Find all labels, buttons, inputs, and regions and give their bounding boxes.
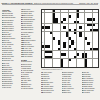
cell-number: 104 (74, 59, 76, 60)
clue-number: 46 (62, 80, 64, 81)
clue-number: 82 (82, 90, 84, 91)
clue-number: 32 (2, 40, 4, 41)
cell-number: 76 (90, 43, 91, 44)
clue-number: 33 (2, 42, 4, 43)
clue-number: 107 (21, 46, 24, 47)
clue-number: 19 (41, 80, 43, 81)
clue-column: 75 Cozy spot76 Garden climber77 Sched. d… (21, 9, 40, 96)
clue-number: 20 (2, 17, 4, 18)
clue-number: 61 (2, 71, 4, 72)
clue-number: 110 (21, 50, 24, 51)
cell-number: 50 (53, 32, 54, 33)
cell-number: 34 (42, 24, 43, 25)
cell-number: 2 (45, 10, 46, 11)
clue-number: 14 (21, 88, 23, 89)
cell-number: 3 (47, 10, 48, 11)
cell-number: 45 (45, 29, 46, 30)
clue-item: 38 Lion's home (41, 92, 59, 94)
clue-number: 5 (21, 70, 22, 71)
clue-number: 44 (62, 76, 64, 77)
cell-number: 70 (69, 40, 70, 41)
clue-number: 15 (41, 72, 43, 73)
clue-number: 32 (41, 84, 43, 85)
clue-number: 112 (21, 54, 24, 55)
clue-number: 31 (2, 38, 4, 39)
clue-number: 29 (2, 36, 4, 37)
cell-number: 59 (74, 34, 75, 35)
cell-number: 79 (87, 45, 88, 46)
cell-number: 93 (87, 53, 88, 54)
cell-number: 100 (47, 59, 49, 60)
clue-number: 66 (2, 77, 4, 78)
clue-number: 25 (2, 28, 4, 29)
clue-number: 67 (2, 79, 4, 80)
cell-number: 69 (61, 40, 62, 41)
cell-number: 64 (71, 37, 72, 38)
clue-number: 24 (2, 26, 4, 27)
clue-number: 56 (2, 65, 4, 66)
clue-number: 3 (21, 66, 22, 67)
cell-number: 16 (87, 10, 88, 11)
cell-number: 73 (42, 43, 43, 44)
clue-number: 97 (21, 36, 23, 37)
clue-number: 13 (21, 86, 23, 87)
cell-number: 75 (74, 43, 75, 44)
clue-number: 113 (21, 56, 24, 57)
clue-number: 4 (21, 68, 22, 69)
clue-number: 7 (21, 74, 22, 75)
puzzle-byline: Edited by Rich Norris and Joyce Nichols … (34, 2, 73, 4)
cell-number: 36 (55, 24, 56, 25)
cell-number: 88 (90, 51, 91, 52)
clue-number: 75 (21, 9, 23, 10)
clue-number: 51 (2, 60, 4, 61)
cell-number: 25 (71, 15, 72, 16)
clue-number: 47 (62, 82, 64, 83)
cell-number: 62 (55, 37, 56, 38)
cell-number: 9 (66, 10, 67, 11)
clue-number: 80 (82, 88, 84, 89)
cell-number: 29 (66, 18, 67, 19)
cell-number: 51 (69, 32, 70, 33)
cell-number: 4 (50, 10, 51, 11)
cell-number: 96 (77, 56, 78, 57)
clue-number: 106 (21, 44, 24, 45)
clue-number: 108 (21, 48, 24, 49)
cell-number: 26 (79, 15, 80, 16)
clue-number: 98 (21, 38, 23, 39)
clue-number: 71 (2, 83, 4, 84)
clue-column: 59 Tax org.63 Long story65 Luau dish68 M… (82, 72, 100, 96)
cell-number: 108 (63, 61, 65, 62)
cell-number: 60 (82, 34, 83, 35)
cell-number: 109 (69, 61, 71, 62)
cell-number: 110 (87, 61, 88, 62)
clue-number: 43 (62, 74, 64, 75)
cell-number: 5 (55, 10, 56, 11)
cell-number: 20 (42, 13, 43, 14)
cell-number: 13 (79, 10, 80, 11)
clue-number: 40 (2, 46, 4, 47)
clue-number: 26 (2, 30, 4, 31)
clue-number: 59 (82, 72, 84, 73)
cell-number: 65 (79, 37, 80, 38)
cell-number: 57 (50, 34, 51, 35)
cell-number: 111 (42, 64, 43, 65)
cell-number: 27 (42, 18, 43, 19)
cell-number: 99 (45, 59, 46, 60)
cell-number: 82 (63, 48, 64, 49)
crossword-grid[interactable]: 1234567891011121314151617181920212223242… (41, 9, 99, 68)
clue-number: 21 (2, 20, 4, 21)
cell-number: 10 (69, 10, 70, 11)
clue-number: 83 (82, 92, 84, 93)
clue-number: 72 (82, 82, 84, 83)
cell-number: 112 (63, 64, 64, 65)
clue-number: 39 (62, 72, 64, 73)
clue-number: 22 (2, 22, 4, 23)
puzzle-date: Sunday, May 27, 2012 (79, 2, 98, 4)
cell-number: 83 (69, 48, 70, 49)
clue-number: 27 (2, 32, 4, 33)
cell-number: 90 (95, 51, 96, 52)
cell-number: 56 (42, 34, 43, 35)
cell-number: 19 (95, 10, 96, 11)
copyright-caption: © 2012 Tribune Media Services, Inc. (41, 69, 81, 71)
cell-number: 106 (87, 59, 89, 60)
clue-number: 45 (62, 78, 64, 79)
clue-number: 38 (41, 92, 43, 93)
clue-number: 70 (82, 80, 84, 81)
cell-number: 30 (69, 18, 70, 19)
clue-number: 94 (21, 32, 23, 33)
clue-number: 10 (21, 80, 23, 81)
clue-number: 51 (62, 84, 64, 85)
clue-number: 34 (2, 44, 4, 45)
cell-number: 33 (79, 21, 80, 22)
clue-number: 96 (21, 34, 23, 35)
cell-number: 8 (63, 10, 64, 11)
clue-number: 93 (21, 29, 23, 30)
clue-number: 78 (82, 84, 84, 85)
clue-column: 39 Smell strongly43 Quick swim44 Night l… (62, 72, 80, 96)
clue-column: ACROSS1 Sched. data5 Bit of a spread13 T… (2, 9, 21, 96)
cell-number: 74 (66, 43, 67, 44)
clue-number: 76 (21, 11, 23, 12)
clue-number: 62 (2, 73, 4, 74)
clue-item: 57 Ballet skirt (62, 92, 80, 94)
cell-number: 21 (55, 13, 56, 14)
cell-number: 49 (42, 32, 43, 33)
cell-number: 94 (53, 56, 54, 57)
cell-number: 54 (93, 32, 94, 33)
cell-number: 53 (90, 32, 91, 33)
cell-number: 43 (87, 26, 88, 27)
cell-number: 40 (50, 26, 51, 27)
clue-number: 11 (21, 82, 23, 83)
cell-number: 32 (63, 21, 64, 22)
cell-number: 87 (74, 51, 75, 52)
clue-number: 77 (21, 13, 23, 14)
cell-number: 103 (71, 59, 73, 60)
clue-number: 12 (21, 84, 23, 85)
cell-number: 11 (71, 10, 72, 11)
clue-number: 36 (41, 88, 43, 89)
cell-number: 105 (82, 59, 84, 60)
grid-cell[interactable] (95, 64, 97, 66)
clue-number: 69 (2, 81, 4, 82)
cell-number: 39 (77, 24, 78, 25)
cell-number: 1 (42, 10, 43, 11)
clue-number: 55 (62, 90, 64, 91)
clue-number: 92 (21, 27, 23, 28)
cell-number: 55 (95, 32, 96, 33)
cell-number: 77 (50, 45, 51, 46)
clue-number: 1 (21, 61, 22, 62)
cell-number: 91 (42, 53, 43, 54)
cell-number: 78 (71, 45, 72, 46)
cell-number: 42 (82, 26, 83, 27)
cell-number: 66 (87, 37, 88, 38)
puzzle-title: SUNDAY CROSSWORD PUZZLE (2, 2, 33, 4)
cell-number: 80 (42, 48, 43, 49)
clue-number: 78 (21, 15, 23, 16)
clue-number: 6 (21, 72, 22, 73)
cell-number: 107 (42, 61, 44, 62)
cell-number: 84 (77, 48, 78, 49)
clue-number: 65 (82, 76, 84, 77)
cell-number: 48 (77, 29, 78, 30)
cell-number: 72 (85, 40, 86, 41)
clue-number: 64 (2, 75, 4, 76)
clue-item: 74 Deli bread (2, 87, 21, 89)
header-left: SUNDAY CROSSWORD PUZZLEEdited by Rich No… (2, 2, 73, 4)
clue-number: 103 (21, 42, 24, 43)
clue-number: 37 (41, 90, 43, 91)
clue-number: 28 (2, 34, 4, 35)
cell-number: 38 (74, 24, 75, 25)
clue-number: 52 (2, 63, 4, 64)
clue-number: 73 (2, 85, 4, 86)
cell-number: 63 (66, 37, 67, 38)
cell-number: 92 (66, 53, 67, 54)
cell-number: 102 (63, 59, 65, 60)
cell-number: 15 (85, 10, 86, 11)
clue-number: 54 (62, 88, 64, 89)
cell-number: 24 (55, 15, 56, 16)
cell-number: 47 (63, 29, 64, 30)
cell-number: 81 (61, 48, 62, 49)
clue-number: 68 (82, 78, 84, 79)
cell-number: 113 (87, 64, 88, 65)
cell-number: 41 (66, 26, 67, 27)
cell-number: 67 (42, 40, 43, 41)
clue-number: 23 (2, 24, 4, 25)
clue-number: 58 (2, 67, 4, 68)
cell-number: 14 (82, 10, 83, 11)
clue-number: 16 (41, 74, 43, 75)
cell-number: 58 (69, 34, 70, 35)
clue-number: 17 (41, 76, 43, 77)
clue-column: 15 Apple center16 Cab fee17 Paris pal18 … (41, 72, 59, 96)
cell-number: 22 (79, 13, 80, 14)
clue-number: 60 (2, 69, 4, 70)
cell-number: 97 (87, 56, 88, 57)
cell-number: 12 (74, 10, 75, 11)
cell-number: 23 (42, 15, 43, 16)
clue-number: 53 (62, 86, 64, 87)
cell-number: 18 (93, 10, 94, 11)
cell-number: 28 (58, 18, 59, 19)
cell-number: 31 (42, 21, 43, 22)
page-header: SUNDAY CROSSWORD PUZZLEEdited by Rich No… (2, 2, 99, 6)
clue-number: 57 (62, 92, 64, 93)
cell-number: 17 (90, 10, 91, 11)
cell-number: 86 (58, 51, 59, 52)
cell-number: 95 (63, 56, 64, 57)
cell-number: 52 (82, 32, 83, 33)
cell-number: 44 (42, 29, 43, 30)
clue-number: 79 (82, 86, 84, 87)
clue-number: 2 (21, 64, 22, 65)
clue-number: 63 (82, 74, 84, 75)
clue-number: 111 (21, 52, 24, 53)
cell-number: 89 (93, 51, 94, 52)
clue-number: 8 (21, 76, 22, 77)
cell-number: 71 (74, 40, 75, 41)
clue-number: 18 (41, 78, 43, 79)
cell-number: 68 (53, 40, 54, 41)
clue-number: 30 (41, 82, 43, 83)
clue-item: 83 Hot drink (82, 92, 100, 94)
clue-number: 102 (21, 40, 24, 41)
cell-number: 7 (61, 10, 62, 11)
cell-number: 35 (53, 24, 54, 25)
cell-number: 37 (61, 24, 62, 25)
clue-number: 35 (41, 86, 43, 87)
cell-number: 6 (58, 10, 59, 11)
cell-number: 85 (53, 51, 54, 52)
cell-number: 46 (47, 29, 48, 30)
clue-item: 14 Ocean motion (21, 88, 40, 90)
cell-number: 61 (42, 37, 43, 38)
cell-number: 98 (42, 59, 43, 60)
clue-number: 74 (2, 87, 4, 88)
cell-number: 101 (50, 59, 52, 60)
clue-number: 9 (21, 78, 22, 79)
